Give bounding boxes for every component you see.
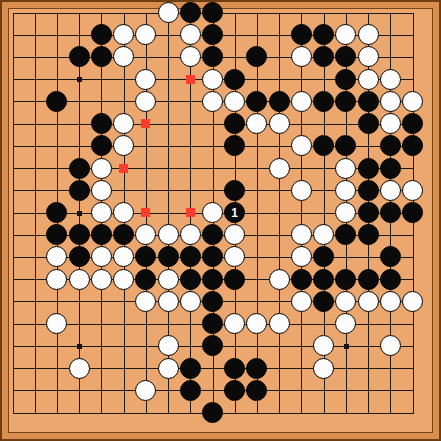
white-stone[interactable]: [113, 269, 134, 290]
black-stone[interactable]: [69, 46, 90, 67]
go-board[interactable]: 1: [0, 0, 441, 441]
white-stone[interactable]: [91, 158, 112, 179]
black-stone[interactable]: [291, 269, 312, 290]
white-stone[interactable]: [269, 313, 290, 334]
white-stone[interactable]: [380, 91, 401, 112]
white-stone[interactable]: [158, 2, 179, 23]
white-stone[interactable]: [402, 91, 423, 112]
hoshi-point: [77, 211, 82, 216]
white-stone[interactable]: [180, 24, 201, 45]
white-stone[interactable]: [158, 335, 179, 356]
white-stone[interactable]: [380, 69, 401, 90]
white-stone[interactable]: [158, 291, 179, 312]
white-stone[interactable]: [135, 69, 156, 90]
white-stone[interactable]: [158, 269, 179, 290]
black-stone[interactable]: [380, 269, 401, 290]
white-stone[interactable]: [269, 158, 290, 179]
red-square-marker: [119, 164, 128, 173]
black-stone[interactable]: [358, 113, 379, 134]
white-stone[interactable]: [291, 91, 312, 112]
black-stone[interactable]: [380, 158, 401, 179]
black-stone[interactable]: [202, 313, 223, 334]
red-square-marker: [141, 119, 150, 128]
black-stone[interactable]: [313, 269, 334, 290]
black-stone[interactable]: [224, 380, 245, 401]
black-stone[interactable]: [246, 358, 267, 379]
black-stone[interactable]: [380, 246, 401, 267]
white-stone[interactable]: [202, 202, 223, 223]
black-stone[interactable]: [202, 2, 223, 23]
black-stone[interactable]: [224, 69, 245, 90]
black-stone[interactable]: [91, 24, 112, 45]
black-stone[interactable]: [158, 246, 179, 267]
black-stone[interactable]: [335, 269, 356, 290]
black-stone[interactable]: [202, 291, 223, 312]
white-stone[interactable]: [135, 380, 156, 401]
white-stone[interactable]: [335, 180, 356, 201]
black-stone[interactable]: [380, 135, 401, 156]
black-stone[interactable]: [224, 180, 245, 201]
white-stone[interactable]: [269, 113, 290, 134]
white-stone[interactable]: [69, 269, 90, 290]
black-stone[interactable]: [69, 158, 90, 179]
black-stone[interactable]: [313, 291, 334, 312]
hoshi-point: [77, 77, 82, 82]
white-stone[interactable]: [335, 158, 356, 179]
black-stone[interactable]: [202, 269, 223, 290]
white-stone[interactable]: [46, 269, 67, 290]
black-stone[interactable]: [91, 113, 112, 134]
black-stone[interactable]: [69, 224, 90, 245]
white-stone[interactable]: [313, 358, 334, 379]
white-stone[interactable]: [402, 180, 423, 201]
white-stone[interactable]: [91, 180, 112, 201]
black-stone[interactable]: [402, 113, 423, 134]
white-stone[interactable]: [224, 91, 245, 112]
black-stone[interactable]: [202, 402, 223, 423]
black-stone[interactable]: [180, 269, 201, 290]
white-stone[interactable]: [158, 358, 179, 379]
black-stone[interactable]: [358, 180, 379, 201]
white-stone[interactable]: [202, 69, 223, 90]
black-stone[interactable]: [335, 69, 356, 90]
black-stone[interactable]: [380, 202, 401, 223]
black-stone[interactable]: [224, 358, 245, 379]
black-stone[interactable]: [69, 180, 90, 201]
black-stone[interactable]: [358, 202, 379, 223]
white-stone[interactable]: [113, 202, 134, 223]
black-stone[interactable]: [313, 91, 334, 112]
black-stone[interactable]: [180, 2, 201, 23]
move-number-label: 1: [231, 207, 238, 219]
black-stone[interactable]: [402, 202, 423, 223]
white-stone[interactable]: [358, 291, 379, 312]
white-stone[interactable]: [380, 335, 401, 356]
grid-line-horizontal: [13, 390, 414, 391]
white-stone[interactable]: [358, 69, 379, 90]
grid-line-vertical: [257, 13, 258, 414]
black-stone[interactable]: [269, 91, 290, 112]
black-stone[interactable]: [135, 269, 156, 290]
black-stone[interactable]: [91, 224, 112, 245]
white-stone[interactable]: [402, 291, 423, 312]
white-stone[interactable]: [202, 91, 223, 112]
black-stone[interactable]: [358, 158, 379, 179]
white-stone[interactable]: [291, 224, 312, 245]
white-stone[interactable]: [380, 113, 401, 134]
white-stone[interactable]: [158, 224, 179, 245]
black-stone[interactable]: [69, 246, 90, 267]
white-stone[interactable]: [69, 358, 90, 379]
black-stone[interactable]: [358, 91, 379, 112]
white-stone[interactable]: [358, 24, 379, 45]
black-stone[interactable]: [224, 269, 245, 290]
white-stone[interactable]: [91, 202, 112, 223]
white-stone[interactable]: [269, 269, 290, 290]
white-stone[interactable]: [291, 180, 312, 201]
black-stone[interactable]: [358, 269, 379, 290]
black-stone[interactable]: [358, 224, 379, 245]
white-stone[interactable]: [91, 269, 112, 290]
grid-line-vertical: [301, 13, 302, 414]
red-square-marker: [186, 75, 195, 84]
hoshi-point: [77, 344, 82, 349]
grid-line-vertical: [279, 13, 280, 414]
red-square-marker: [141, 208, 150, 217]
black-stone[interactable]: [180, 380, 201, 401]
white-stone[interactable]: [358, 46, 379, 67]
hoshi-point: [344, 344, 349, 349]
red-square-marker: [186, 208, 195, 217]
white-stone[interactable]: [380, 180, 401, 201]
black-stone[interactable]: [180, 358, 201, 379]
white-stone[interactable]: [180, 291, 201, 312]
black-stone[interactable]: [246, 380, 267, 401]
black-stone[interactable]: [291, 24, 312, 45]
white-stone[interactable]: [291, 291, 312, 312]
white-stone[interactable]: [180, 224, 201, 245]
white-stone[interactable]: [380, 291, 401, 312]
